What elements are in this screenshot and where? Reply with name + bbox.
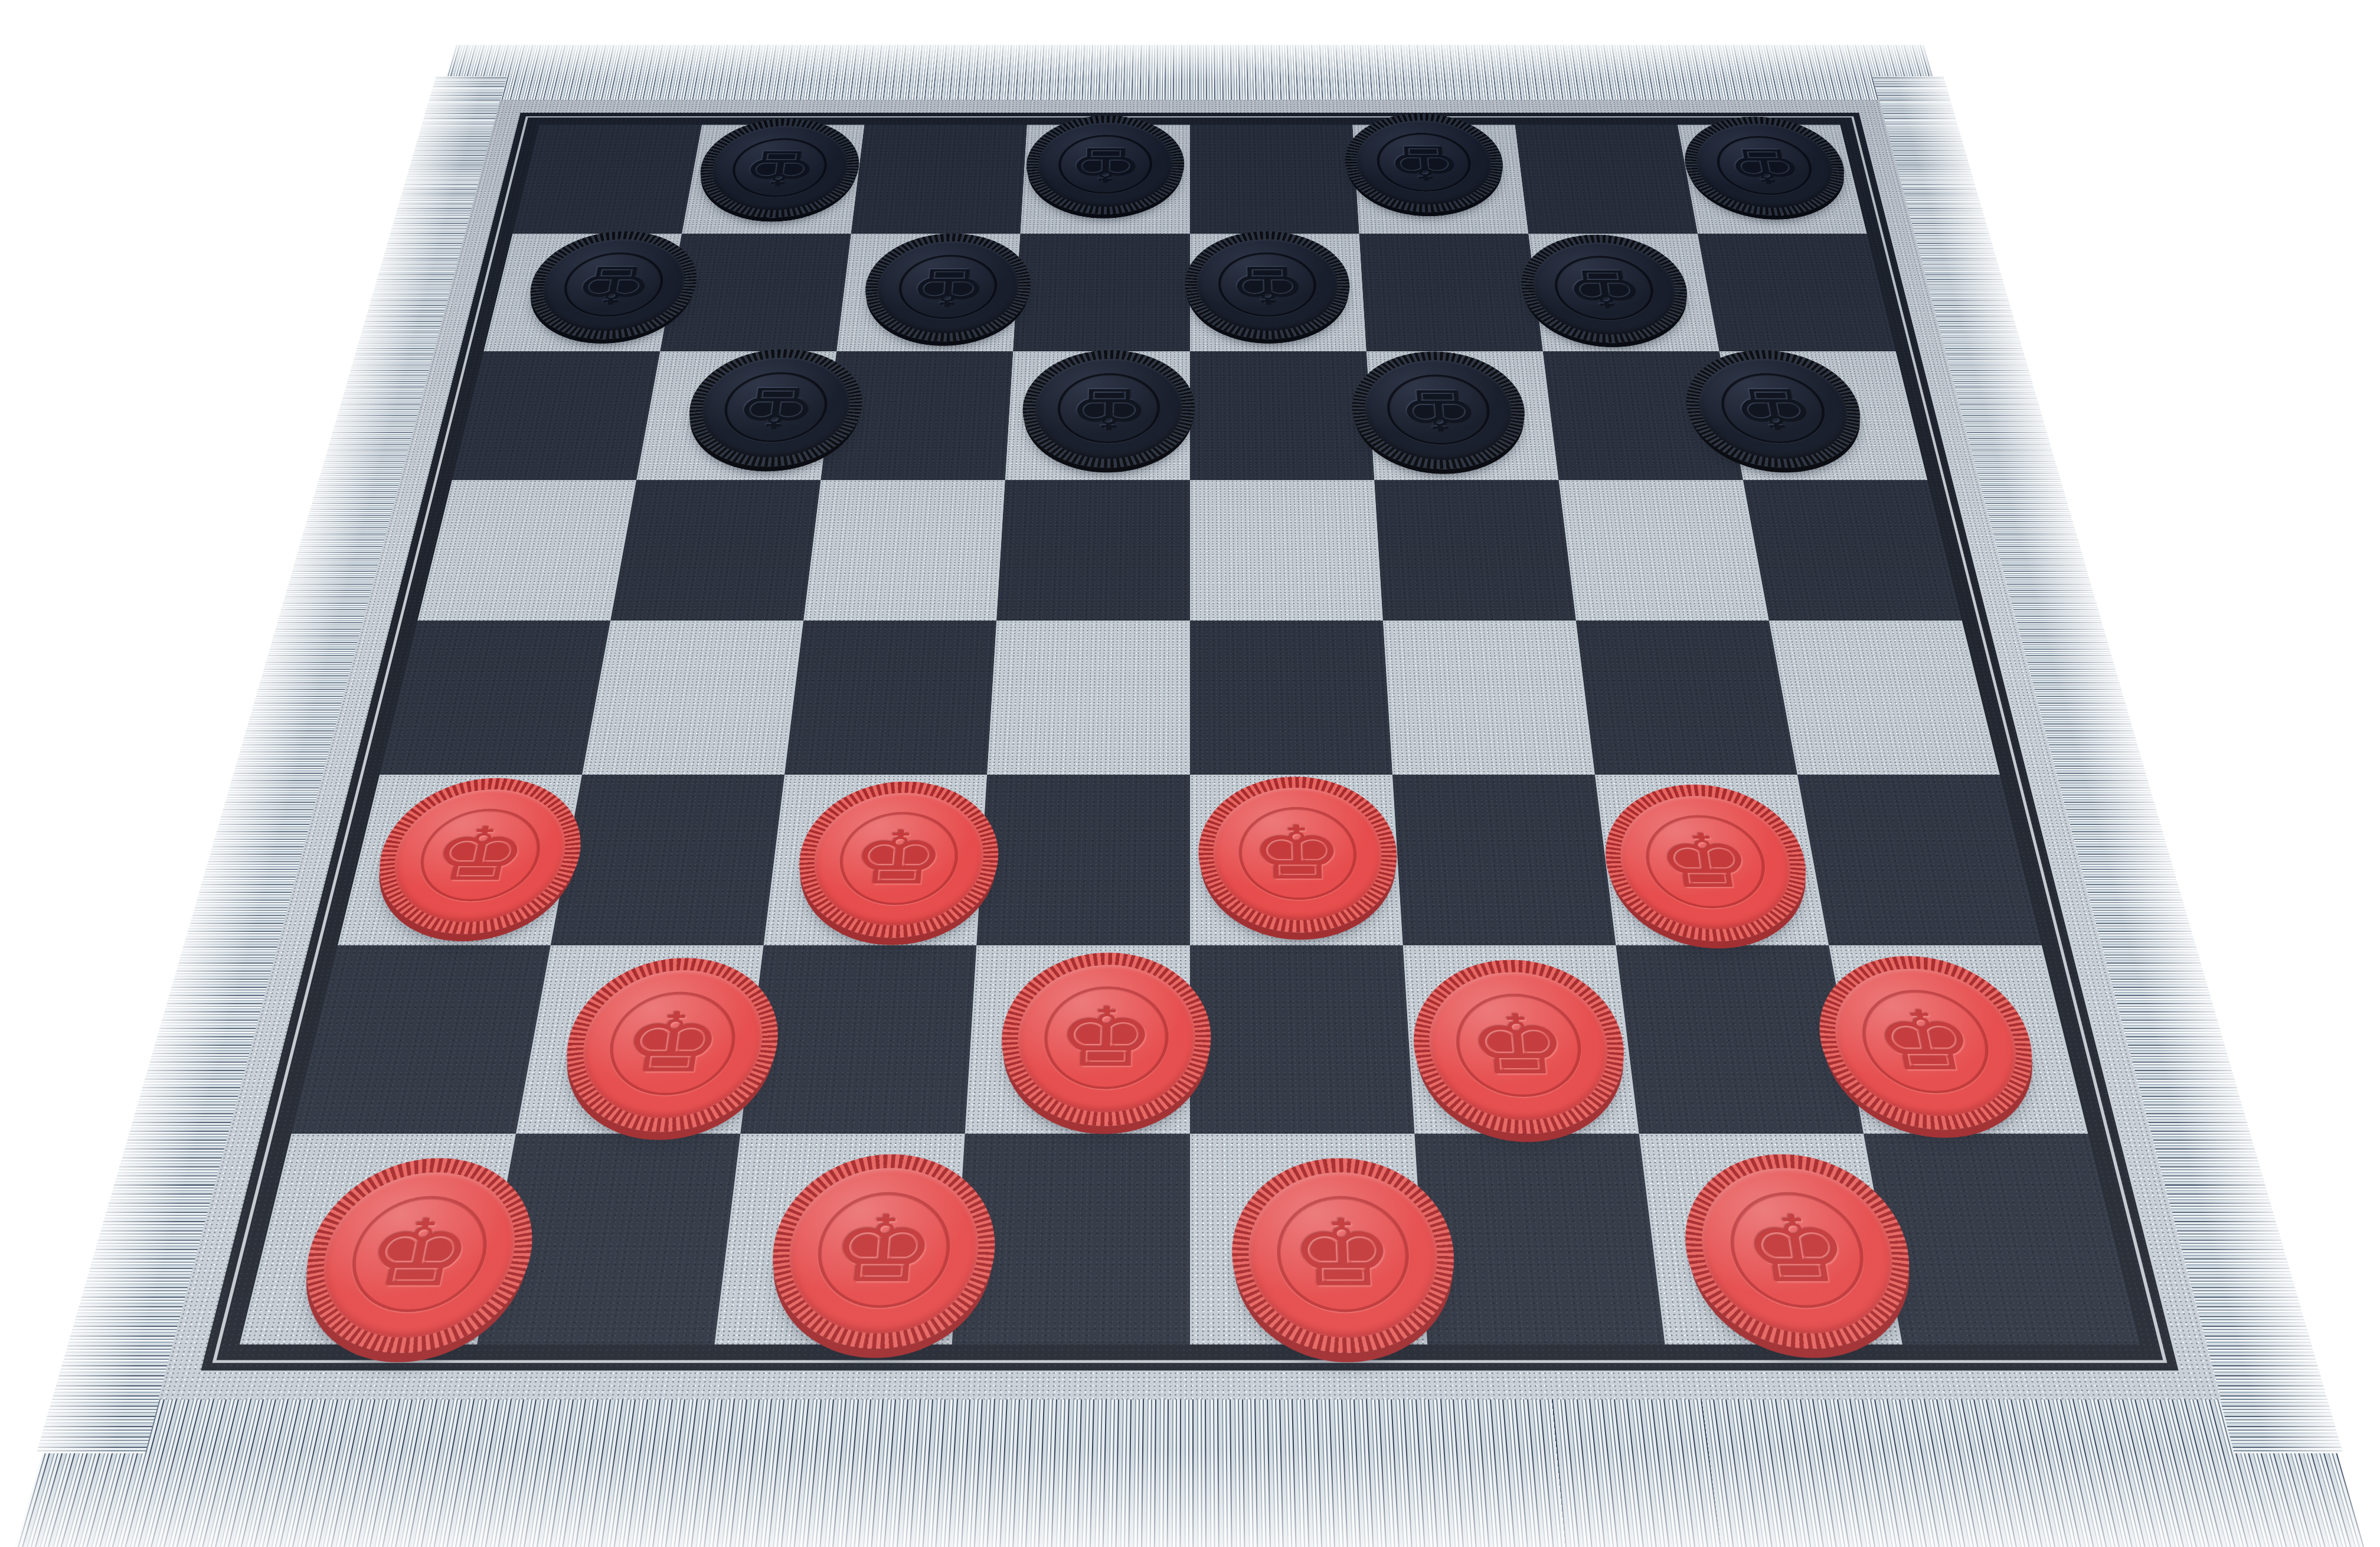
checker-black-r3-c4[interactable]: ♚ [1019, 350, 1195, 468]
checker-red-r8-c1[interactable]: ♚ [286, 1158, 547, 1353]
checker-black-r1-c2[interactable]: ♚ [692, 119, 865, 218]
rug-body: ♚♚♚♚♚♚♚♚♚♚♚♚♚♚♚♚♚♚♚♚♚♚♚♚ [158, 100, 2221, 1399]
product-photo-scene: ♚♚♚♚♚♚♚♚♚♚♚♚♚♚♚♚♚♚♚♚♚♚♚♚ [52, 0, 2327, 1547]
checker-red-r7-c4[interactable]: ♚ [998, 952, 1212, 1126]
crown-emboss-icon: ♚ [1868, 1000, 1984, 1082]
checker-embossed-ring: ♚ [895, 255, 999, 319]
checker-black-r1-c8[interactable]: ♚ [1676, 117, 1855, 216]
crown-emboss-icon: ♚ [357, 1208, 480, 1300]
crown-emboss-icon: ♚ [849, 821, 949, 895]
checker-embossed-ring: ♚ [1385, 374, 1493, 444]
crown-emboss-icon: ♚ [1653, 825, 1758, 899]
checker-black-r2-c7[interactable]: ♚ [1515, 235, 1696, 343]
crown-emboss-icon: ♚ [570, 259, 658, 310]
crown-emboss-icon: ♚ [1067, 380, 1150, 436]
checker-embossed-ring: ♚ [1276, 1196, 1412, 1313]
crown-emboss-icon: ♚ [1738, 1204, 1857, 1295]
checker-embossed-ring: ♚ [1715, 373, 1832, 443]
checker-embossed-ring: ♚ [1057, 135, 1153, 194]
checker-red-r6-c1[interactable]: ♚ [362, 778, 593, 934]
checker-embossed-ring: ♚ [1452, 994, 1586, 1097]
checker-embossed-ring: ♚ [602, 992, 741, 1095]
crown-emboss-icon: ♚ [617, 1002, 727, 1084]
checker-black-r1-c4[interactable]: ♚ [1024, 116, 1184, 214]
checker-embossed-ring: ♚ [728, 138, 831, 197]
fringe-top [439, 45, 1940, 100]
crown-emboss-icon: ♚ [1250, 817, 1346, 890]
crown-emboss-icon: ♚ [425, 818, 534, 892]
checker-embossed-ring: ♚ [1042, 986, 1169, 1089]
crown-emboss-icon: ♚ [739, 144, 820, 191]
crown-emboss-icon: ♚ [1056, 997, 1156, 1078]
checker-embossed-ring: ♚ [1853, 990, 1999, 1093]
checker-black-r3-c8[interactable]: ♚ [1677, 350, 1872, 468]
checker-black-r2-c3[interactable]: ♚ [859, 234, 1034, 342]
pieces-layer: ♚♚♚♚♚♚♚♚♚♚♚♚♚♚♚♚♚♚♚♚♚♚♚♚ [240, 125, 2140, 1344]
checker-black-r2-c1[interactable]: ♚ [519, 231, 706, 340]
checker-embossed-ring: ♚ [1551, 256, 1658, 320]
checker-black-r3-c6[interactable]: ♚ [1349, 351, 1531, 469]
crown-emboss-icon: ♚ [1289, 1208, 1397, 1300]
crown-emboss-icon: ♚ [1727, 380, 1819, 436]
checker-red-r7-c2[interactable]: ♚ [552, 958, 787, 1132]
crown-emboss-icon: ♚ [907, 262, 989, 312]
checker-red-r6-c7[interactable]: ♚ [1597, 785, 1819, 941]
crown-emboss-icon: ♚ [731, 379, 820, 435]
checker-embossed-ring: ♚ [812, 1192, 953, 1308]
checker-red-r8-c5[interactable]: ♚ [1231, 1158, 1460, 1353]
checker-red-r8-c7[interactable]: ♚ [1673, 1154, 1926, 1349]
crown-emboss-icon: ♚ [828, 1204, 939, 1295]
crown-emboss-icon: ♚ [1562, 263, 1647, 314]
checker-embossed-ring: ♚ [1238, 807, 1359, 900]
checker-embossed-ring: ♚ [558, 253, 669, 317]
checker-red-r8-c3[interactable]: ♚ [762, 1154, 999, 1349]
checker-embossed-ring: ♚ [1375, 133, 1474, 191]
crown-emboss-icon: ♚ [1228, 259, 1307, 310]
crown-emboss-icon: ♚ [1385, 139, 1463, 185]
checker-red-r6-c3[interactable]: ♚ [790, 781, 1002, 938]
checker-embossed-ring: ♚ [719, 372, 831, 442]
fringe-bottom [14, 1398, 2365, 1547]
checker-red-r7-c6[interactable]: ♚ [1408, 959, 1634, 1134]
checker-black-r2-c5[interactable]: ♚ [1185, 231, 1353, 340]
checker-red-r6-c5[interactable]: ♚ [1198, 776, 1401, 932]
checker-embossed-ring: ♚ [835, 812, 962, 905]
crown-emboss-icon: ♚ [1067, 141, 1143, 188]
checker-embossed-ring: ♚ [1056, 373, 1160, 443]
checker-black-r1-c6[interactable]: ♚ [1342, 113, 1509, 212]
checker-embossed-ring: ♚ [341, 1196, 496, 1313]
checker-embossed-ring: ♚ [1722, 1192, 1873, 1308]
checker-embossed-ring: ♚ [1712, 136, 1818, 195]
crown-emboss-icon: ♚ [1722, 142, 1807, 189]
board-frame: ♚♚♚♚♚♚♚♚♚♚♚♚♚♚♚♚♚♚♚♚♚♚♚♚ [201, 113, 2178, 1370]
checker-embossed-ring: ♚ [1640, 815, 1772, 909]
crown-emboss-icon: ♚ [1395, 382, 1481, 438]
checker-red-r7-c8[interactable]: ♚ [1806, 956, 2051, 1130]
checker-embossed-ring: ♚ [411, 809, 548, 902]
checker-black-r3-c2[interactable]: ♚ [680, 349, 868, 466]
crown-emboss-icon: ♚ [1466, 1004, 1572, 1086]
checkers-rug: ♚♚♚♚♚♚♚♚♚♚♚♚♚♚♚♚♚♚♚♚♚♚♚♚ [8, 45, 2371, 1547]
checker-embossed-ring: ♚ [1218, 253, 1317, 317]
